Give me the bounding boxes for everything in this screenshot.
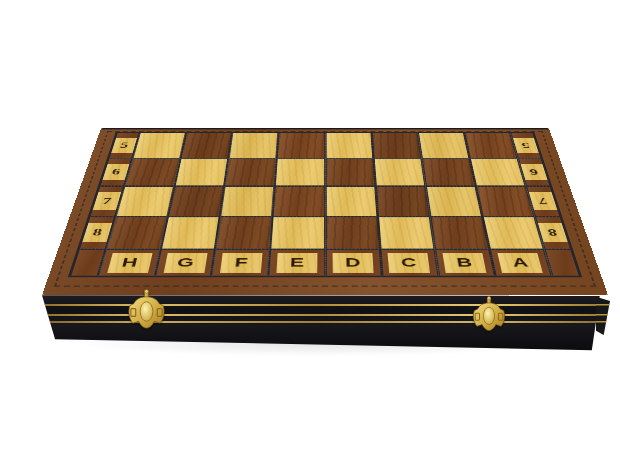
square-e7 (274, 187, 324, 216)
square-f7 (222, 187, 274, 216)
rank-label-text: 6 (111, 167, 122, 176)
rank-label-text: 8 (91, 227, 103, 238)
square-b5 (419, 133, 468, 157)
file-label-h: H (100, 250, 159, 275)
file-label-text: H (120, 256, 139, 270)
square-c8 (379, 217, 433, 248)
square-g6 (176, 159, 227, 185)
rank-label-text: 7 (101, 196, 113, 206)
square-d8 (326, 217, 378, 248)
file-label-c: C (381, 250, 437, 275)
square-d7 (326, 187, 376, 216)
brass-latch-icon (125, 289, 168, 332)
file-label-e: E (270, 250, 324, 275)
file-label-d: D (326, 250, 380, 275)
border-corner (546, 250, 579, 275)
rank-label-5-right: 5 (512, 133, 541, 157)
rank-label-text: 5 (119, 141, 129, 150)
rank-label-text: 7 (537, 196, 549, 206)
file-label-text: A (511, 256, 530, 270)
square-f6 (226, 159, 276, 185)
square-e5 (278, 133, 324, 157)
box-right-end-face (596, 295, 610, 337)
square-a6 (471, 159, 524, 185)
file-label-f: F (213, 250, 269, 275)
border-corner (71, 250, 104, 275)
square-g7 (169, 187, 223, 216)
board-grid: 5 5 6 6 7 (68, 132, 582, 277)
file-label-text: C (400, 256, 417, 270)
square-a5 (465, 133, 516, 157)
square-d6 (326, 159, 374, 185)
square-c7 (377, 187, 429, 216)
square-b7 (427, 187, 481, 216)
square-h6 (126, 159, 179, 185)
square-b6 (423, 159, 474, 185)
square-h8 (107, 217, 166, 248)
square-c5 (373, 133, 420, 157)
chessboard-lid-top: 5 5 6 6 7 (42, 128, 608, 295)
square-h7 (117, 187, 173, 216)
file-label-a: A (491, 250, 550, 275)
square-g8 (162, 217, 219, 248)
file-label-text: E (290, 256, 305, 270)
file-label-text: D (345, 256, 361, 270)
file-label-text: F (234, 256, 248, 270)
square-a7 (477, 187, 533, 216)
rank-label-text: 8 (547, 227, 559, 238)
square-c6 (374, 159, 424, 185)
square-f5 (230, 133, 277, 157)
square-a8 (484, 217, 543, 248)
square-g5 (182, 133, 231, 157)
square-d5 (326, 133, 372, 157)
file-label-b: B (436, 250, 494, 275)
product-photo-chess-box: 5 5 6 6 7 (0, 0, 620, 465)
square-b8 (431, 217, 488, 248)
brass-latch-icon (470, 296, 508, 334)
square-f8 (217, 217, 271, 248)
square-e6 (276, 159, 324, 185)
rank-label-6-right: 6 (519, 159, 549, 185)
file-label-g: G (156, 250, 214, 275)
rank-label-text: 6 (528, 167, 539, 176)
file-label-text: G (176, 256, 195, 270)
square-h5 (134, 133, 185, 157)
square-e8 (272, 217, 324, 248)
file-label-text: B (456, 256, 474, 270)
rank-label-text: 5 (521, 141, 531, 150)
